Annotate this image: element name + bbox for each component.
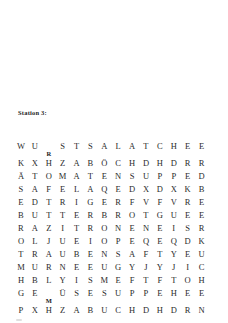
grid-cell: R — [111, 196, 125, 209]
grid-cell: L — [28, 235, 42, 248]
grid-row: KXHZABÖCHDHDRR — [14, 157, 208, 170]
grid-row: RAZITRONENEISR — [14, 222, 208, 235]
grid-row: BUTTERBROTGUEE — [14, 209, 208, 222]
grid-cell: L — [42, 274, 56, 287]
grid-cell: S — [83, 140, 97, 153]
grid-cell: V — [167, 196, 181, 209]
grid-cell: T — [139, 209, 153, 222]
grid-cell: N — [97, 248, 111, 261]
grid-cell: L — [111, 140, 125, 153]
grid-cell: N — [139, 222, 153, 235]
handwritten-letter: R — [42, 150, 56, 157]
grid-cell: R — [181, 304, 195, 317]
grid-cell: E — [97, 196, 111, 209]
worksheet-page: Station 3: WUSTSALATCHEEKXHZABÖCHDHDRRÄT… — [0, 0, 228, 323]
grid-cell: F — [42, 183, 56, 196]
grid-cell: O — [125, 209, 139, 222]
grid-cell: B — [83, 304, 97, 317]
grid-cell: J — [42, 235, 56, 248]
grid-cell: T — [42, 196, 56, 209]
grid-cell: I — [56, 222, 70, 235]
grid-cell: H — [153, 157, 167, 170]
grid-cell: P — [14, 304, 28, 317]
grid-cell: Y — [153, 261, 167, 274]
grid-cell: Z — [56, 304, 70, 317]
grid-cell: D — [139, 157, 153, 170]
grid-cell: U — [28, 209, 42, 222]
grid-cell: H — [153, 304, 167, 317]
grid-cell: E — [195, 287, 209, 300]
grid-cell: J — [167, 261, 181, 274]
grid-cell: E — [195, 140, 209, 153]
grid-cell: H — [125, 304, 139, 317]
grid-cell: D — [153, 183, 167, 196]
grid-cell: T — [139, 274, 153, 287]
grid-cell: P — [153, 170, 167, 183]
grid-cell: A — [42, 248, 56, 261]
grid-cell: Q — [139, 235, 153, 248]
grid-cell: B — [195, 183, 209, 196]
grid-cell: E — [70, 209, 84, 222]
grid-cell: D — [195, 170, 209, 183]
grid-cell: E — [70, 235, 84, 248]
grid-row: ÄTOMATENSUPPED — [14, 170, 208, 183]
grid-cell: E — [125, 235, 139, 248]
grid-cell: C — [195, 261, 209, 274]
grid-cell: M — [14, 261, 28, 274]
grid-cell: T — [42, 209, 56, 222]
grid-cell: Z — [42, 222, 56, 235]
grid-cell: F — [139, 248, 153, 261]
grid-cell: R — [14, 222, 28, 235]
grid-cell: D — [167, 157, 181, 170]
grid-cell: E — [181, 209, 195, 222]
grid-cell: R — [42, 261, 56, 274]
grid-cell: S — [83, 274, 97, 287]
grid-row: PXHZABUCHDHDRN — [14, 304, 208, 317]
grid-cell: P — [111, 235, 125, 248]
grid-cell: W — [14, 140, 28, 153]
grid-cell: B — [70, 248, 84, 261]
grid-cell: T — [56, 209, 70, 222]
grid-cell: E — [14, 196, 28, 209]
grid-cell: G — [153, 209, 167, 222]
grid-cell: O — [181, 274, 195, 287]
station-label: Station 3: — [18, 109, 47, 116]
grid-cell: J — [139, 261, 153, 274]
grid-cell: E — [153, 287, 167, 300]
grid-cell: B — [83, 157, 97, 170]
grid-cell: E — [195, 209, 209, 222]
grid-cell: H — [42, 157, 56, 170]
grid-cell: G — [14, 287, 28, 300]
grid-cell: U — [97, 261, 111, 274]
grid-cell: A — [70, 170, 84, 183]
grid-cell: R — [83, 222, 97, 235]
grid-cell: E — [83, 287, 97, 300]
grid-cell: Y — [56, 274, 70, 287]
grid-cell: X — [139, 183, 153, 196]
grid-row: MURNEEUGYJYJIC — [14, 261, 208, 274]
grid-cell: U — [111, 287, 125, 300]
grid-cell: L — [70, 183, 84, 196]
grid-cell: A — [70, 157, 84, 170]
grid-cell: K — [181, 183, 195, 196]
grid-cell: N — [195, 304, 209, 317]
grid-cell: T — [70, 140, 84, 153]
grid-cell: D — [181, 235, 195, 248]
grid-cell: R — [83, 209, 97, 222]
grid-cell: H — [167, 140, 181, 153]
grid-cell: C — [111, 304, 125, 317]
grid-cell: S — [14, 183, 28, 196]
grid-cell: U — [195, 248, 209, 261]
grid-cell: H — [195, 274, 209, 287]
grid-cell: I — [83, 235, 97, 248]
grid-cell: U — [167, 209, 181, 222]
grid-cell: D — [167, 304, 181, 317]
grid-cell: Ö — [97, 157, 111, 170]
grid-cell: A — [28, 183, 42, 196]
grid-cell: F — [125, 274, 139, 287]
grid-cell: O — [97, 235, 111, 248]
grid-cell: M — [56, 170, 70, 183]
grid-cell: H — [42, 304, 56, 317]
grid-cell: T — [70, 222, 84, 235]
grid-cell: X — [28, 157, 42, 170]
grid-cell: K — [195, 235, 209, 248]
grid-cell: S — [56, 140, 70, 153]
grid-cell: X — [167, 183, 181, 196]
grid-cell: U — [28, 140, 42, 153]
grid-cell: D — [139, 304, 153, 317]
grid-cell: S — [111, 248, 125, 261]
grid-cell: D — [28, 196, 42, 209]
grid-cell: R — [28, 248, 42, 261]
grid-cell: E — [181, 248, 195, 261]
grid-cell: A — [125, 248, 139, 261]
grid-cell: O — [14, 235, 28, 248]
grid-cell: H — [125, 157, 139, 170]
grid-cell: O — [97, 222, 111, 235]
grid-cell: T — [167, 274, 181, 287]
grid-cell: I — [70, 274, 84, 287]
grid-cell: T — [83, 170, 97, 183]
grid-cell: U — [139, 170, 153, 183]
grid-cell: I — [70, 196, 84, 209]
grid-cell: R — [195, 222, 209, 235]
page-artifact — [16, 319, 22, 321]
grid-cell: U — [28, 261, 42, 274]
grid-cell: E — [111, 183, 125, 196]
grid-cell: F — [153, 196, 167, 209]
grid-cell: Q — [97, 183, 111, 196]
grid-cell: S — [181, 222, 195, 235]
grid-cell: U — [56, 235, 70, 248]
grid-row: EDTRIGERFVFVRE — [14, 196, 208, 209]
grid-cell: R — [181, 196, 195, 209]
grid-cell: B — [97, 209, 111, 222]
grid-cell: A — [28, 222, 42, 235]
grid-cell: R — [195, 157, 209, 170]
grid-cell: E — [181, 140, 195, 153]
grid-cell: N — [56, 261, 70, 274]
grid-cell: R — [56, 196, 70, 209]
grid-cell: H — [14, 274, 28, 287]
grid-cell: R — [111, 209, 125, 222]
grid-row: TRAUBENSAFTYEU — [14, 248, 208, 261]
grid-cell: E — [83, 248, 97, 261]
grid-cell: G — [111, 261, 125, 274]
grid-cell: Ä — [14, 170, 28, 183]
grid-cell: D — [125, 183, 139, 196]
grid-cell: U — [97, 304, 111, 317]
grid-cell: H — [167, 287, 181, 300]
grid-cell: A — [70, 304, 84, 317]
grid-cell: E — [97, 170, 111, 183]
grid-cell: E — [153, 222, 167, 235]
grid-cell: Z — [56, 157, 70, 170]
grid-row: HBLYISMEFTFTOH — [14, 274, 208, 287]
grid-cell: S — [97, 287, 111, 300]
grid-cell: O — [42, 170, 56, 183]
word-search-grid: WUSTSALATCHEEKXHZABÖCHDHDRRÄTOMATENSUPPE… — [14, 140, 208, 317]
grid-cell: P — [167, 170, 181, 183]
grid-cell: U — [56, 248, 70, 261]
grid-cell: N — [111, 170, 125, 183]
grid-cell: X — [28, 304, 42, 317]
grid-cell: C — [153, 140, 167, 153]
grid-cell: E — [181, 170, 195, 183]
grid-cell: G — [83, 196, 97, 209]
grid-cell: A — [83, 183, 97, 196]
grid-cell: V — [139, 196, 153, 209]
grid-cell: T — [14, 248, 28, 261]
grid-cell: T — [139, 140, 153, 153]
grid-cell: S — [125, 170, 139, 183]
grid-cell: E — [56, 183, 70, 196]
grid-cell: E — [125, 222, 139, 235]
grid-cell: Y — [125, 261, 139, 274]
grid-cell: A — [125, 140, 139, 153]
grid-cell: Q — [167, 235, 181, 248]
grid-cell: E — [153, 235, 167, 248]
grid-cell: E — [83, 261, 97, 274]
grid-cell: R — [181, 157, 195, 170]
grid-row: SAFELAQEDXDXKB — [14, 183, 208, 196]
grid-cell: P — [125, 287, 139, 300]
grid-cell: Y — [167, 248, 181, 261]
grid-cell: C — [111, 157, 125, 170]
grid-cell: E — [70, 261, 84, 274]
grid-cell: Ü — [56, 287, 70, 300]
grid-cell: T — [153, 248, 167, 261]
grid-cell: T — [28, 170, 42, 183]
grid-cell: I — [167, 222, 181, 235]
grid-cell: I — [181, 261, 195, 274]
grid-cell: E — [28, 287, 42, 300]
grid-cell: M — [97, 274, 111, 287]
grid-row: OLJUEIOPEQEQDK — [14, 235, 208, 248]
grid-cell: E — [195, 196, 209, 209]
handwritten-letter: M — [42, 297, 56, 304]
grid-cell: B — [14, 209, 28, 222]
grid-cell: K — [14, 157, 28, 170]
grid-cell: F — [153, 274, 167, 287]
grid-cell: E — [181, 287, 195, 300]
grid-cell: B — [28, 274, 42, 287]
grid-cell: A — [97, 140, 111, 153]
grid-cell: N — [111, 222, 125, 235]
grid-cell: S — [70, 287, 84, 300]
grid-cell: F — [125, 196, 139, 209]
grid-cell: E — [111, 274, 125, 287]
grid-cell: P — [139, 287, 153, 300]
